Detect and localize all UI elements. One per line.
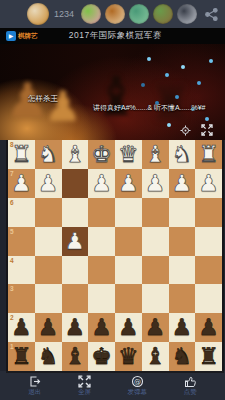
rank-label: 1 — [10, 343, 14, 350]
white-pawn[interactable]: ♟ — [11, 172, 32, 195]
live-video[interactable]: ♟ ♟ ♝ ♜ 怎样杀王 讲得真好A#%......& 听不懂A......%¥… — [0, 44, 225, 140]
white-pawn[interactable]: ♟ — [65, 230, 86, 253]
viewer-avatar[interactable] — [177, 4, 197, 24]
settings-icon[interactable] — [180, 125, 191, 136]
viewer-avatar[interactable] — [129, 4, 149, 24]
danmaku-message: 怎样杀王 — [28, 94, 58, 104]
bokeh-lights — [0, 44, 2, 46]
white-pawn[interactable]: ♟ — [198, 172, 219, 195]
top-bar: 1234 — [0, 0, 225, 28]
black-pawn[interactable]: ♟ — [38, 316, 59, 339]
danmaku-icon: @ — [131, 375, 144, 388]
viewer-avatar[interactable] — [105, 4, 125, 24]
black-bishop[interactable]: ♝ — [145, 345, 166, 368]
chess-board[interactable]: 8♜♞♝♚♛♝♞♜7♟♟♟♟♟♟♟65♟432♟♟♟♟♟♟♟♟1♜♞♝♚♛♝♞♜ — [8, 140, 222, 371]
square[interactable] — [88, 198, 115, 227]
viewer-avatars: 1234 — [27, 3, 197, 25]
fullscreen-label: 全屏 — [78, 389, 91, 396]
viewer-avatar[interactable] — [81, 4, 101, 24]
white-knight[interactable]: ♞ — [172, 143, 193, 166]
square[interactable]: ♛ — [115, 342, 142, 371]
fullscreen-icon — [78, 375, 91, 388]
square[interactable] — [142, 227, 169, 256]
square[interactable] — [88, 284, 115, 313]
rank-label: 7 — [10, 170, 14, 177]
black-pawn[interactable]: ♟ — [198, 316, 219, 339]
viewer-count: 1234 — [54, 9, 74, 19]
black-rook[interactable]: ♜ — [11, 345, 32, 368]
square[interactable] — [35, 256, 62, 285]
white-knight[interactable]: ♞ — [38, 143, 59, 166]
square[interactable]: 1♜ — [8, 342, 35, 371]
blurred-pawn-photo: ♟ — [44, 86, 82, 128]
white-pawn[interactable]: ♟ — [145, 172, 166, 195]
square[interactable]: ♚ — [88, 342, 115, 371]
svg-text:@: @ — [134, 378, 141, 386]
black-pawn[interactable]: ♟ — [145, 316, 166, 339]
square[interactable] — [115, 256, 142, 285]
rank-label: 6 — [10, 199, 14, 206]
rank-label: 5 — [10, 228, 14, 235]
black-knight[interactable]: ♞ — [38, 345, 59, 368]
black-king[interactable]: ♚ — [91, 345, 112, 368]
square[interactable]: ♞ — [35, 140, 62, 169]
square[interactable]: ♟ — [88, 169, 115, 198]
viewer-avatar[interactable] — [153, 4, 173, 24]
event-banner: ▶ 棋牌艺 2017年国际象棋冠军赛 — [0, 28, 225, 44]
fullscreen-button[interactable]: 全屏 — [78, 375, 91, 396]
square[interactable] — [115, 227, 142, 256]
black-pawn[interactable]: ♟ — [172, 316, 193, 339]
app-logo-icon: ▶ — [6, 31, 16, 41]
square[interactable] — [195, 227, 222, 256]
bottom-toolbar: 退出 全屏 @ 发弹幕 — [0, 371, 225, 400]
square[interactable]: 4 — [8, 256, 35, 285]
fullscreen-icon[interactable] — [201, 124, 213, 136]
white-queen[interactable]: ♛ — [118, 143, 139, 166]
square[interactable]: ♚ — [88, 140, 115, 169]
square[interactable] — [195, 284, 222, 313]
white-pawn[interactable]: ♟ — [91, 172, 112, 195]
square[interactable] — [62, 284, 89, 313]
black-pawn[interactable]: ♟ — [65, 316, 86, 339]
rank-label: 8 — [10, 141, 14, 148]
like-icon — [184, 375, 197, 388]
square[interactable]: ♞ — [35, 342, 62, 371]
exit-label: 退出 — [28, 389, 41, 396]
square[interactable] — [62, 256, 89, 285]
square[interactable] — [115, 284, 142, 313]
app-logo-text: 棋牌艺 — [18, 32, 38, 41]
square[interactable]: ♟ — [88, 313, 115, 342]
black-queen[interactable]: ♛ — [118, 345, 139, 368]
like-button[interactable]: 点赞 — [184, 375, 197, 396]
square[interactable]: 2♟ — [8, 313, 35, 342]
event-title: 2017年国际象棋冠军赛 — [38, 30, 194, 42]
square[interactable] — [169, 284, 196, 313]
square[interactable]: ♜ — [195, 342, 222, 371]
square[interactable] — [35, 284, 62, 313]
exit-button[interactable]: 退出 — [28, 375, 41, 396]
square[interactable]: ♟ — [35, 169, 62, 198]
square[interactable] — [88, 227, 115, 256]
share-icon[interactable] — [204, 7, 219, 22]
square[interactable]: ♝ — [142, 140, 169, 169]
exit-icon — [28, 375, 41, 388]
square[interactable]: 3 — [8, 284, 35, 313]
white-rook[interactable]: ♜ — [198, 143, 219, 166]
danmaku-message: 讲得真好A#%......& 听不懂A......%¥# — [93, 103, 205, 113]
app-screen: 1234 ▶ 棋牌艺 2017年国际象棋冠军赛 ♟ ♟ ♝ ♜ 怎样杀王 讲得真… — [0, 0, 225, 400]
square[interactable] — [169, 256, 196, 285]
square[interactable]: ♝ — [142, 342, 169, 371]
white-pawn[interactable]: ♟ — [38, 172, 59, 195]
square[interactable]: 6 — [8, 198, 35, 227]
square[interactable]: ♟ — [142, 169, 169, 198]
white-bishop[interactable]: ♝ — [65, 143, 86, 166]
square[interactable]: ♜ — [195, 140, 222, 169]
black-knight[interactable]: ♞ — [172, 345, 193, 368]
white-pawn[interactable]: ♟ — [172, 172, 193, 195]
square[interactable]: ♛ — [115, 140, 142, 169]
square[interactable]: ♟ — [115, 313, 142, 342]
rank-label: 2 — [10, 314, 14, 321]
square[interactable] — [195, 198, 222, 227]
square[interactable] — [35, 227, 62, 256]
square[interactable] — [142, 256, 169, 285]
black-pawn[interactable]: ♟ — [91, 316, 112, 339]
square[interactable] — [142, 198, 169, 227]
black-rook[interactable]: ♜ — [198, 345, 219, 368]
square[interactable]: ♟ — [169, 313, 196, 342]
square[interactable] — [169, 227, 196, 256]
square[interactable]: 7♟ — [8, 169, 35, 198]
square[interactable]: ♞ — [169, 140, 196, 169]
square[interactable]: ♟ — [62, 227, 89, 256]
square[interactable] — [169, 198, 196, 227]
square[interactable]: ♟ — [35, 313, 62, 342]
square[interactable]: ♟ — [195, 313, 222, 342]
square[interactable] — [62, 198, 89, 227]
square[interactable]: ♟ — [195, 169, 222, 198]
like-label: 点赞 — [184, 389, 197, 396]
square[interactable]: ♝ — [62, 342, 89, 371]
square[interactable] — [62, 169, 89, 198]
send-danmaku-label: 发弹幕 — [128, 389, 148, 396]
square[interactable]: 8♜ — [8, 140, 35, 169]
square[interactable]: ♞ — [169, 342, 196, 371]
square[interactable]: ♟ — [142, 313, 169, 342]
square[interactable]: ♟ — [169, 169, 196, 198]
rank-label: 4 — [10, 257, 14, 264]
square[interactable]: ♝ — [62, 140, 89, 169]
white-rook[interactable]: ♜ — [11, 143, 32, 166]
square[interactable] — [142, 284, 169, 313]
square[interactable] — [195, 256, 222, 285]
square[interactable]: ♟ — [115, 169, 142, 198]
square[interactable]: ♟ — [62, 313, 89, 342]
black-pawn[interactable]: ♟ — [11, 316, 32, 339]
square[interactable]: 5 — [8, 227, 35, 256]
square[interactable] — [88, 256, 115, 285]
black-bishop[interactable]: ♝ — [65, 345, 86, 368]
white-king[interactable]: ♚ — [91, 143, 112, 166]
send-danmaku-button[interactable]: @ 发弹幕 — [128, 375, 148, 396]
white-bishop[interactable]: ♝ — [145, 143, 166, 166]
square[interactable] — [35, 198, 62, 227]
black-pawn[interactable]: ♟ — [118, 316, 139, 339]
rank-label: 3 — [10, 285, 14, 292]
host-avatar[interactable] — [27, 3, 49, 25]
blurred-bishop-photo: ♝ — [92, 70, 140, 124]
square[interactable] — [115, 198, 142, 227]
white-pawn[interactable]: ♟ — [118, 172, 139, 195]
